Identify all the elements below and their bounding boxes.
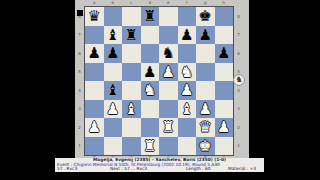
- move-status-line: 57 . Rxc3 Next : 57 ... Rxc3 Length : 60…: [55, 167, 264, 172]
- move-played: 57 . Rxc3: [57, 167, 110, 172]
- black-to-move-indicator: [77, 10, 83, 16]
- white-knight: ♞: [141, 81, 160, 100]
- square-a8: ♛: [85, 7, 104, 26]
- square-g8: ♚: [196, 7, 215, 26]
- square-h2: ♟: [215, 118, 234, 137]
- square-c7: ♜: [122, 26, 141, 45]
- square-h1: [215, 137, 234, 156]
- white-rook: ♜: [159, 118, 178, 137]
- square-c2: [122, 118, 141, 137]
- white-knight: ♞: [178, 63, 197, 82]
- square-d2: [141, 118, 160, 137]
- white-king: ♚: [196, 137, 215, 156]
- coord-label: 2: [76, 118, 83, 137]
- black-pawn: ♟: [104, 44, 123, 63]
- square-c4: [122, 81, 141, 100]
- coord-label: 4: [76, 81, 83, 100]
- square-g2: ♛: [196, 118, 215, 137]
- black-knight: ♞: [159, 44, 178, 63]
- square-d1: ♜: [141, 137, 160, 156]
- square-a4: [85, 81, 104, 100]
- coord-label: e: [159, 0, 178, 5]
- coord-label: 7: [76, 26, 83, 45]
- square-f6: [178, 44, 197, 63]
- square-b2: [104, 118, 123, 137]
- coord-label: 3: [76, 100, 83, 119]
- coord-label: f: [178, 0, 197, 5]
- square-d8: ♜: [141, 7, 160, 26]
- square-c8: [122, 7, 141, 26]
- square-f3: ♝: [178, 100, 197, 119]
- square-e4: [159, 81, 178, 100]
- square-b1: [104, 137, 123, 156]
- square-e3: [159, 100, 178, 119]
- coord-label: 7: [235, 26, 242, 45]
- material-knight-icon: ♞: [233, 74, 245, 86]
- coord-label: 3: [235, 100, 242, 119]
- game-length: Length : 60: [186, 167, 228, 172]
- white-pawn: ♟: [104, 100, 123, 119]
- square-b7: ♝: [104, 26, 123, 45]
- coord-label: d: [141, 0, 160, 5]
- square-e7: [159, 26, 178, 45]
- black-pawn: ♟: [85, 44, 104, 63]
- black-pawn: ♟: [215, 44, 234, 63]
- square-b3: ♟: [104, 100, 123, 119]
- square-c3: ♝: [122, 100, 141, 119]
- square-h7: [215, 26, 234, 45]
- square-b4: ♝: [104, 81, 123, 100]
- black-pawn: ♟: [196, 26, 215, 45]
- square-f5: ♞: [178, 63, 197, 82]
- coord-label: a: [85, 0, 104, 5]
- square-c1: [122, 137, 141, 156]
- coord-label: c: [122, 0, 141, 5]
- coord-label: 6: [76, 44, 83, 63]
- black-pawn: ♟: [141, 63, 160, 82]
- square-a3: [85, 100, 104, 119]
- square-g4: [196, 81, 215, 100]
- black-rook: ♜: [141, 7, 160, 26]
- square-a7: [85, 26, 104, 45]
- file-labels-top: abcdefgh: [85, 0, 233, 5]
- black-pawn: ♟: [178, 26, 197, 45]
- square-h6: ♟: [215, 44, 234, 63]
- coord-label: 1: [235, 137, 242, 156]
- square-h4: [215, 81, 234, 100]
- square-c6: [122, 44, 141, 63]
- square-b5: [104, 63, 123, 82]
- next-move: Next : 57 ... Rxc3: [110, 167, 186, 172]
- square-g1: ♚: [196, 137, 215, 156]
- square-c5: [122, 63, 141, 82]
- square-e1: [159, 137, 178, 156]
- black-king: ♚: [196, 7, 215, 26]
- game-info-bar: Mogelja, Evgenij (2385) – Sanchelev, Bor…: [55, 158, 264, 172]
- square-f1: [178, 137, 197, 156]
- white-pawn: ♟: [178, 81, 197, 100]
- coord-label: 2: [235, 118, 242, 137]
- square-b6: ♟: [104, 44, 123, 63]
- square-a5: [85, 63, 104, 82]
- square-d5: ♟: [141, 63, 160, 82]
- black-bishop: ♝: [104, 81, 123, 100]
- white-queen: ♛: [196, 118, 215, 137]
- square-g5: [196, 63, 215, 82]
- square-e8: [159, 7, 178, 26]
- coord-label: 6: [235, 44, 242, 63]
- square-g7: ♟: [196, 26, 215, 45]
- knight-icon: ♞: [235, 76, 242, 84]
- square-a1: [85, 137, 104, 156]
- coord-label: 8: [235, 7, 242, 26]
- square-e2: ♜: [159, 118, 178, 137]
- coord-label: g: [196, 0, 215, 5]
- square-g6: [196, 44, 215, 63]
- square-h5: [215, 63, 234, 82]
- square-h8: [215, 7, 234, 26]
- white-bishop: ♝: [122, 100, 141, 119]
- square-g3: ♟: [196, 100, 215, 119]
- square-f8: [178, 7, 197, 26]
- chess-viewer-panel: abcdefgh abcdefgh 87654321 87654321 ♛♜♚♝…: [75, 0, 249, 158]
- black-rook: ♜: [122, 26, 141, 45]
- square-d4: ♞: [141, 81, 160, 100]
- coord-label: h: [215, 0, 234, 5]
- coord-label: 1: [76, 137, 83, 156]
- coord-label: 5: [76, 63, 83, 82]
- square-b8: [104, 7, 123, 26]
- rank-labels-left: 87654321: [76, 7, 83, 155]
- board[interactable]: ♛♜♚♝♜♟♟♟♟♞♟♟♟♞♝♞♟♟♝♝♟♟♜♛♟♜♚: [84, 6, 234, 156]
- white-pawn: ♟: [85, 118, 104, 137]
- material-balance: Material : +3: [228, 167, 256, 172]
- square-f4: ♟: [178, 81, 197, 100]
- black-queen: ♛: [85, 7, 104, 26]
- video-frame: { "game": "chess", "position": { "fen": …: [0, 0, 320, 180]
- square-e6: ♞: [159, 44, 178, 63]
- white-pawn: ♟: [159, 63, 178, 82]
- square-d7: [141, 26, 160, 45]
- black-bishop: ♝: [104, 26, 123, 45]
- coord-label: b: [104, 0, 123, 5]
- white-pawn: ♟: [215, 118, 234, 137]
- white-bishop: ♝: [178, 100, 197, 119]
- square-a6: ♟: [85, 44, 104, 63]
- square-e5: ♟: [159, 63, 178, 82]
- white-pawn: ♟: [196, 100, 215, 119]
- white-rook: ♜: [141, 137, 160, 156]
- square-f2: [178, 118, 197, 137]
- square-d6: [141, 44, 160, 63]
- square-a2: ♟: [85, 118, 104, 137]
- square-f7: ♟: [178, 26, 197, 45]
- eco-code: A30: [211, 162, 219, 167]
- square-h3: [215, 100, 234, 119]
- square-d3: [141, 100, 160, 119]
